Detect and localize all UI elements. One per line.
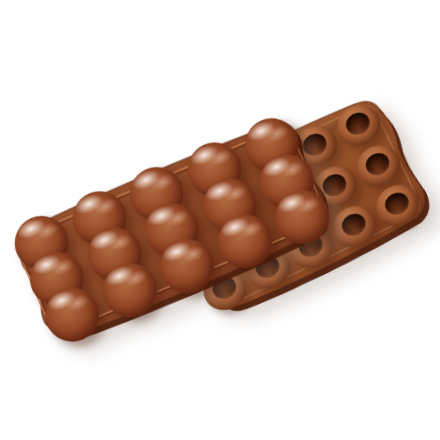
dome-mold-tray bbox=[0, 106, 349, 355]
product-photo bbox=[0, 0, 440, 440]
